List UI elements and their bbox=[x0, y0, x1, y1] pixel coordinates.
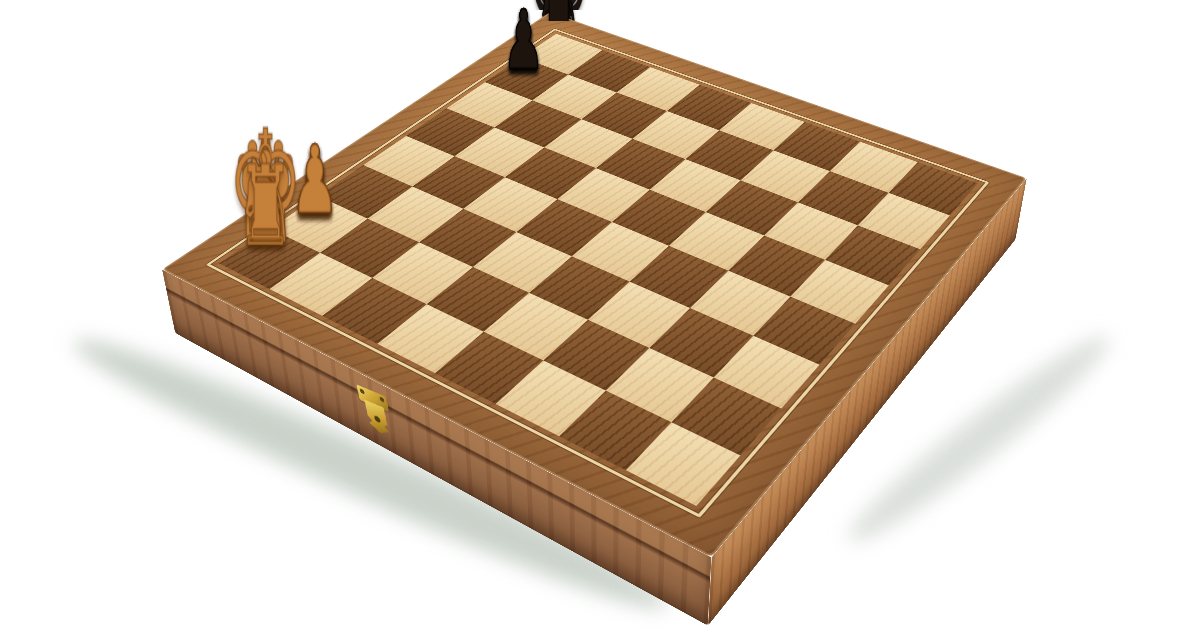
brass-latch-icon bbox=[356, 384, 395, 440]
chess-box: ♜♞♝♛♚♝♞♜♟♟♟♟♟♟♟♟♟♟♟♟♟♟♟♟♜♞♝♛♚♝♞♜ bbox=[162, 12, 1027, 557]
scene: ♜♞♝♛♚♝♞♜♟♟♟♟♟♟♟♟♟♟♟♟♟♟♟♟♜♞♝♛♚♝♞♜ bbox=[0, 0, 1200, 630]
piece-white-rook-a1[interactable]: ♜ bbox=[214, 150, 316, 261]
product-photo-backdrop: Standard chess starting position set up … bbox=[0, 0, 1200, 630]
